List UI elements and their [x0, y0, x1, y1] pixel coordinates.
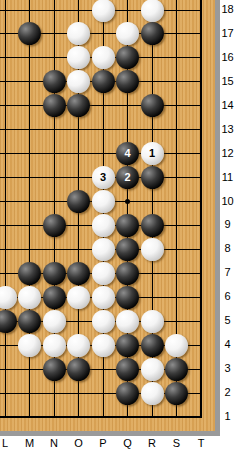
row-label-13: 13: [219, 123, 236, 137]
stone-black-n3[interactable]: [43, 358, 66, 381]
col-label-o: O: [71, 437, 86, 451]
stone-black-o3[interactable]: [67, 358, 90, 381]
stone-white-o16[interactable]: [67, 46, 90, 69]
stone-black-q16[interactable]: [116, 46, 139, 69]
stone-white-q5[interactable]: [116, 310, 139, 333]
stone-black-m7[interactable]: [18, 262, 41, 285]
col-label-m: M: [22, 437, 37, 451]
stone-white-p10[interactable]: [92, 190, 115, 213]
stone-black-m17[interactable]: [18, 22, 41, 45]
move-number-4: 4: [124, 148, 130, 159]
col-label-s: S: [169, 437, 184, 451]
stone-white-n5[interactable]: [43, 310, 66, 333]
row-label-15: 15: [219, 75, 236, 89]
stone-white-p4[interactable]: [92, 334, 115, 357]
row-label-14: 14: [219, 99, 236, 113]
stone-black-q11[interactable]: 2: [116, 166, 139, 189]
stone-white-o6[interactable]: [67, 286, 90, 309]
stone-white-p6[interactable]: [92, 286, 115, 309]
stone-black-q4[interactable]: [116, 334, 139, 357]
stone-white-r3[interactable]: [141, 358, 164, 381]
row-label-12: 12: [219, 147, 236, 161]
row-label-7: 7: [219, 266, 236, 280]
stone-white-r12[interactable]: 1: [141, 142, 164, 165]
move-number-3: 3: [100, 172, 106, 183]
stone-white-m4[interactable]: [18, 334, 41, 357]
stone-black-q3[interactable]: [116, 358, 139, 381]
row-label-4: 4: [219, 338, 236, 352]
stone-black-q2[interactable]: [116, 382, 139, 405]
row-label-9: 9: [219, 218, 236, 232]
row-label-11: 11: [219, 171, 236, 185]
move-number-2: 2: [124, 172, 130, 183]
row-label-17: 17: [219, 27, 236, 41]
go-board-screenshot: 4132 181716151413121110987654321LMNOPQRS…: [0, 0, 236, 452]
stone-black-o10[interactable]: [67, 190, 90, 213]
stone-white-p7[interactable]: [92, 262, 115, 285]
stone-white-p9[interactable]: [92, 214, 115, 237]
stone-white-r8[interactable]: [141, 238, 164, 261]
board-frame-bottom: [0, 431, 220, 436]
row-label-16: 16: [219, 51, 236, 65]
stone-white-s4[interactable]: [165, 334, 188, 357]
row-label-5: 5: [219, 314, 236, 328]
row-label-10: 10: [219, 195, 236, 209]
stone-white-m6[interactable]: [18, 286, 41, 309]
stone-white-p5[interactable]: [92, 310, 115, 333]
stone-white-p8[interactable]: [92, 238, 115, 261]
stone-white-p11[interactable]: 3: [92, 166, 115, 189]
col-label-r: R: [145, 437, 160, 451]
stone-black-p15[interactable]: [92, 70, 115, 93]
stone-white-o4[interactable]: [67, 334, 90, 357]
stone-black-q6[interactable]: [116, 286, 139, 309]
stone-black-q7[interactable]: [116, 262, 139, 285]
row-label-6: 6: [219, 290, 236, 304]
stone-white-p18[interactable]: [92, 0, 115, 22]
stone-black-r4[interactable]: [141, 334, 164, 357]
col-label-t: T: [194, 437, 209, 451]
row-label-8: 8: [219, 242, 236, 256]
stone-white-r5[interactable]: [141, 310, 164, 333]
row-label-18: 18: [219, 3, 236, 17]
move-number-1: 1: [149, 148, 155, 159]
stone-black-s2[interactable]: [165, 382, 188, 405]
stone-white-l6[interactable]: [0, 286, 17, 309]
stone-black-q9[interactable]: [116, 214, 139, 237]
col-label-n: N: [47, 437, 62, 451]
stone-black-q8[interactable]: [116, 238, 139, 261]
stone-black-o7[interactable]: [67, 262, 90, 285]
stone-white-n4[interactable]: [43, 334, 66, 357]
stone-black-q15[interactable]: [116, 70, 139, 93]
row-label-3: 3: [219, 362, 236, 376]
stone-black-l5[interactable]: [0, 310, 17, 333]
col-label-l: L: [0, 437, 13, 451]
stone-black-r14[interactable]: [141, 94, 164, 117]
stone-black-q12[interactable]: 4: [116, 142, 139, 165]
stone-grid: 4132: [0, 0, 213, 429]
stone-white-o15[interactable]: [67, 70, 90, 93]
stone-white-r18[interactable]: [141, 0, 164, 22]
stone-white-q17[interactable]: [116, 22, 139, 45]
stone-black-r17[interactable]: [141, 22, 164, 45]
stone-white-o17[interactable]: [67, 22, 90, 45]
stone-white-r2[interactable]: [141, 382, 164, 405]
stone-white-p16[interactable]: [92, 46, 115, 69]
col-label-q: Q: [120, 437, 135, 451]
stone-black-r11[interactable]: [141, 166, 164, 189]
col-label-p: P: [96, 437, 111, 451]
row-label-2: 2: [219, 386, 236, 400]
stone-black-m5[interactable]: [18, 310, 41, 333]
stone-black-o14[interactable]: [67, 94, 90, 117]
stone-black-n6[interactable]: [43, 286, 66, 309]
stone-black-n9[interactable]: [43, 214, 66, 237]
stone-black-n15[interactable]: [43, 70, 66, 93]
row-label-1: 1: [219, 410, 236, 424]
stone-black-n14[interactable]: [43, 94, 66, 117]
stone-black-r9[interactable]: [141, 214, 164, 237]
stone-black-n7[interactable]: [43, 262, 66, 285]
stone-black-s3[interactable]: [165, 358, 188, 381]
